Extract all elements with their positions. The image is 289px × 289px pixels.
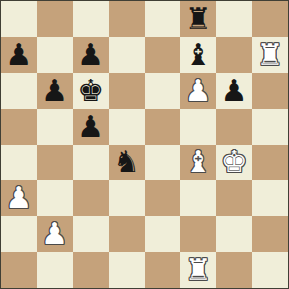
square-c5[interactable]: ♟ [73,109,109,145]
piece-black-knight[interactable]: ♞ [113,147,140,177]
square-f2[interactable] [180,216,216,252]
square-b4[interactable] [37,145,73,181]
piece-white-rook[interactable]: ♜ [185,255,212,285]
square-h7[interactable]: ♜ [252,37,288,73]
square-g1[interactable] [216,252,252,288]
square-e5[interactable] [145,109,181,145]
square-e4[interactable] [145,145,181,181]
chess-board: ♜♟♟♝♜♟♚♟♟♟♞♝♚♟♟♜ [0,0,289,289]
piece-black-rook[interactable]: ♜ [185,4,212,34]
square-e3[interactable] [145,180,181,216]
square-d7[interactable] [109,37,145,73]
piece-white-pawn[interactable]: ♟ [185,76,212,106]
square-g4[interactable]: ♚ [216,145,252,181]
square-g6[interactable]: ♟ [216,73,252,109]
square-h6[interactable] [252,73,288,109]
square-a5[interactable] [1,109,37,145]
square-f7[interactable]: ♝ [180,37,216,73]
square-d3[interactable] [109,180,145,216]
square-f8[interactable]: ♜ [180,1,216,37]
square-g2[interactable] [216,216,252,252]
piece-black-pawn[interactable]: ♟ [41,76,68,106]
square-d4[interactable]: ♞ [109,145,145,181]
square-b2[interactable]: ♟ [37,216,73,252]
square-c2[interactable] [73,216,109,252]
square-e7[interactable] [145,37,181,73]
square-b3[interactable] [37,180,73,216]
square-d2[interactable] [109,216,145,252]
piece-white-king[interactable]: ♚ [221,147,248,177]
piece-black-pawn[interactable]: ♟ [77,40,104,70]
square-b6[interactable]: ♟ [37,73,73,109]
square-a4[interactable] [1,145,37,181]
square-e1[interactable] [145,252,181,288]
square-g7[interactable] [216,37,252,73]
square-g3[interactable] [216,180,252,216]
square-e8[interactable] [145,1,181,37]
square-c6[interactable]: ♚ [73,73,109,109]
square-h4[interactable] [252,145,288,181]
square-f5[interactable] [180,109,216,145]
square-d6[interactable] [109,73,145,109]
square-h2[interactable] [252,216,288,252]
square-a6[interactable] [1,73,37,109]
piece-black-bishop[interactable]: ♝ [185,40,212,70]
square-f4[interactable]: ♝ [180,145,216,181]
piece-white-pawn[interactable]: ♟ [5,183,32,213]
square-c3[interactable] [73,180,109,216]
square-a2[interactable] [1,216,37,252]
square-a3[interactable]: ♟ [1,180,37,216]
square-b7[interactable] [37,37,73,73]
square-h3[interactable] [252,180,288,216]
square-c1[interactable] [73,252,109,288]
square-c4[interactable] [73,145,109,181]
square-c7[interactable]: ♟ [73,37,109,73]
square-g5[interactable] [216,109,252,145]
square-d8[interactable] [109,1,145,37]
square-a7[interactable]: ♟ [1,37,37,73]
square-f1[interactable]: ♜ [180,252,216,288]
square-b8[interactable] [37,1,73,37]
square-d1[interactable] [109,252,145,288]
square-f6[interactable]: ♟ [180,73,216,109]
square-e2[interactable] [145,216,181,252]
square-e6[interactable] [145,73,181,109]
piece-white-bishop[interactable]: ♝ [185,147,212,177]
square-a1[interactable] [1,252,37,288]
piece-white-rook[interactable]: ♜ [257,40,284,70]
square-g8[interactable] [216,1,252,37]
square-h5[interactable] [252,109,288,145]
square-h8[interactable] [252,1,288,37]
square-a8[interactable] [1,1,37,37]
square-h1[interactable] [252,252,288,288]
piece-black-pawn[interactable]: ♟ [5,40,32,70]
square-b5[interactable] [37,109,73,145]
square-c8[interactable] [73,1,109,37]
piece-black-king[interactable]: ♚ [77,76,104,106]
piece-white-pawn[interactable]: ♟ [41,219,68,249]
square-f3[interactable] [180,180,216,216]
piece-black-pawn[interactable]: ♟ [221,76,248,106]
square-b1[interactable] [37,252,73,288]
piece-black-pawn[interactable]: ♟ [77,112,104,142]
square-d5[interactable] [109,109,145,145]
